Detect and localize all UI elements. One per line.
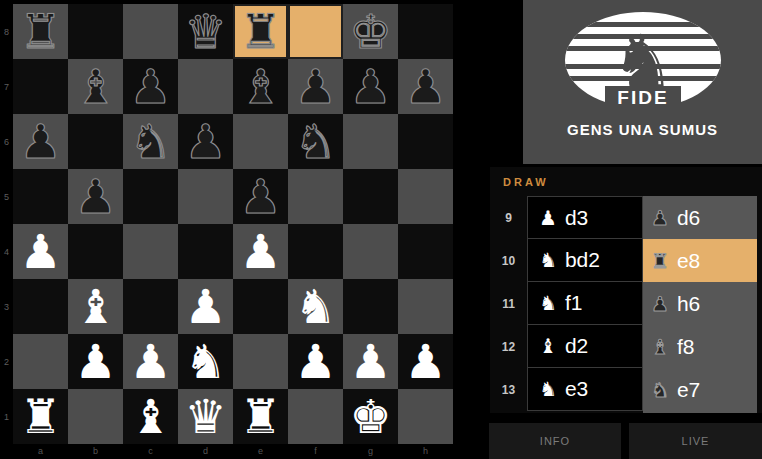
square-f3[interactable]: ♞ xyxy=(288,279,343,334)
move-number: 9 xyxy=(490,196,527,239)
rank-label-4: 4 xyxy=(0,224,13,279)
move-number: 13 xyxy=(490,368,527,411)
square-g6[interactable] xyxy=(343,114,398,169)
black-pawn-icon: ♟ xyxy=(651,208,669,228)
black-pawn: ♟ xyxy=(74,173,116,220)
square-a8[interactable]: ♜ xyxy=(13,4,68,59)
square-d1[interactable]: ♛ xyxy=(178,389,233,444)
move-text: h6 xyxy=(677,292,700,316)
white-bishop: ♝ xyxy=(74,283,116,330)
square-d6[interactable]: ♟ xyxy=(178,114,233,169)
square-h5[interactable] xyxy=(398,169,453,224)
white-rook: ♜ xyxy=(19,393,61,440)
move-row-9: 9♟d3♟d6 xyxy=(490,196,762,239)
square-h7[interactable]: ♟ xyxy=(398,59,453,114)
square-e2[interactable] xyxy=(233,334,288,389)
move-text: d3 xyxy=(565,206,588,230)
fide-motto: GENS UNA SUMUS xyxy=(567,121,718,138)
black-bishop-icon: ♝ xyxy=(651,337,669,357)
white-king: ♚ xyxy=(349,393,391,440)
move-13-white[interactable]: ♞e3 xyxy=(527,368,643,411)
move-list: 9♟d3♟d610♞bd2♜e811♞f1♟h612♝d2♝f813♞e3♞e7 xyxy=(490,196,762,411)
square-c5[interactable] xyxy=(123,169,178,224)
square-a4[interactable]: ♟ xyxy=(13,224,68,279)
square-e3[interactable] xyxy=(233,279,288,334)
square-f7[interactable]: ♟ xyxy=(288,59,343,114)
square-c1[interactable]: ♝ xyxy=(123,389,178,444)
status-badge: DRAW xyxy=(503,176,549,188)
black-pawn: ♟ xyxy=(184,118,226,165)
move-text: e7 xyxy=(677,378,700,402)
chess-board: ♜♛♜♚♝♟♝♟♟♟♟♞♟♞♟♟♟♟♝♟♞♟♟♞♟♟♟♜♝♛♜♚ xyxy=(13,4,453,444)
square-a5[interactable] xyxy=(13,169,68,224)
black-pawn: ♟ xyxy=(239,173,281,220)
white-pawn: ♟ xyxy=(74,338,116,385)
white-pawn: ♟ xyxy=(349,338,391,385)
move-row-13: 13♞e3♞e7 xyxy=(490,368,762,411)
move-10-black[interactable]: ♜e8 xyxy=(643,239,757,282)
rank-label-6: 6 xyxy=(0,114,13,169)
square-f4[interactable] xyxy=(288,224,343,279)
fide-globe-logo: ♞ FIDE xyxy=(558,8,728,120)
square-g5[interactable] xyxy=(343,169,398,224)
square-c6[interactable]: ♞ xyxy=(123,114,178,169)
file-label-b: b xyxy=(68,444,123,459)
black-rook: ♜ xyxy=(19,8,61,55)
black-pawn: ♟ xyxy=(129,63,171,110)
square-f2[interactable]: ♟ xyxy=(288,334,343,389)
black-pawn: ♟ xyxy=(404,63,446,110)
white-pawn: ♟ xyxy=(19,228,61,275)
square-f1[interactable] xyxy=(288,389,343,444)
black-pawn: ♟ xyxy=(349,63,391,110)
square-h3[interactable] xyxy=(398,279,453,334)
game-status-bar: DRAW xyxy=(490,167,762,196)
square-a2[interactable] xyxy=(13,334,68,389)
fide-logo-panel: ♞ FIDE GENS UNA SUMUS xyxy=(523,0,762,164)
move-row-12: 12♝d2♝f8 xyxy=(490,325,762,368)
rank-label-8: 8 xyxy=(0,4,13,59)
move-text: e3 xyxy=(565,377,588,401)
black-rook: ♜ xyxy=(239,8,281,55)
file-label-a: a xyxy=(13,444,68,459)
white-pawn: ♟ xyxy=(184,283,226,330)
square-g4[interactable] xyxy=(343,224,398,279)
move-text: f1 xyxy=(565,291,583,315)
white-pawn-icon: ♟ xyxy=(539,208,557,228)
square-c8[interactable] xyxy=(123,4,178,59)
file-label-f: f xyxy=(288,444,343,459)
square-h8[interactable] xyxy=(398,4,453,59)
square-c4[interactable] xyxy=(123,224,178,279)
tab-info[interactable]: INFO xyxy=(489,423,621,459)
square-e6[interactable] xyxy=(233,114,288,169)
square-a6[interactable]: ♟ xyxy=(13,114,68,169)
square-d3[interactable]: ♟ xyxy=(178,279,233,334)
move-13-black[interactable]: ♞e7 xyxy=(643,368,757,411)
move-12-white[interactable]: ♝d2 xyxy=(527,325,643,368)
square-d8[interactable]: ♛ xyxy=(178,4,233,59)
file-label-c: c xyxy=(123,444,178,459)
black-pawn: ♟ xyxy=(294,63,336,110)
square-e1[interactable]: ♜ xyxy=(233,389,288,444)
square-c3[interactable] xyxy=(123,279,178,334)
square-f6[interactable]: ♞ xyxy=(288,114,343,169)
move-row-11: 11♞f1♟h6 xyxy=(490,282,762,325)
move-number: 12 xyxy=(490,325,527,368)
black-knight: ♞ xyxy=(129,118,171,165)
square-h4[interactable] xyxy=(398,224,453,279)
square-b4[interactable] xyxy=(68,224,123,279)
square-e7[interactable]: ♝ xyxy=(233,59,288,114)
move-10-white[interactable]: ♞bd2 xyxy=(527,239,643,282)
square-b2[interactable]: ♟ xyxy=(68,334,123,389)
square-d4[interactable] xyxy=(178,224,233,279)
square-g3[interactable] xyxy=(343,279,398,334)
tab-live[interactable]: LIVE xyxy=(629,423,762,459)
move-text: d6 xyxy=(677,206,700,230)
move-number: 10 xyxy=(490,239,527,282)
square-b8[interactable] xyxy=(68,4,123,59)
square-e4[interactable]: ♟ xyxy=(233,224,288,279)
square-b3[interactable]: ♝ xyxy=(68,279,123,334)
black-column-extension xyxy=(643,411,757,413)
move-text: f8 xyxy=(677,335,695,359)
black-knight: ♞ xyxy=(294,118,336,165)
file-label-d: d xyxy=(178,444,233,459)
square-c2[interactable]: ♟ xyxy=(123,334,178,389)
black-bishop: ♝ xyxy=(74,63,116,110)
white-pawn: ♟ xyxy=(404,338,446,385)
black-queen: ♛ xyxy=(184,8,226,55)
white-rook: ♜ xyxy=(239,393,281,440)
square-b1[interactable] xyxy=(68,389,123,444)
square-b5[interactable]: ♟ xyxy=(68,169,123,224)
move-text: e8 xyxy=(677,249,700,273)
white-pawn: ♟ xyxy=(239,228,281,275)
file-label-h: h xyxy=(398,444,453,459)
square-g7[interactable]: ♟ xyxy=(343,59,398,114)
square-g1[interactable]: ♚ xyxy=(343,389,398,444)
square-g2[interactable]: ♟ xyxy=(343,334,398,389)
move-row-10: 10♞bd2♜e8 xyxy=(490,239,762,282)
rank-labels: 87654321 xyxy=(0,4,13,444)
black-rook-icon: ♜ xyxy=(651,251,669,271)
move-12-black[interactable]: ♝f8 xyxy=(643,325,757,368)
square-e5[interactable]: ♟ xyxy=(233,169,288,224)
move-text: bd2 xyxy=(565,248,600,272)
rank-label-2: 2 xyxy=(0,334,13,389)
square-b6[interactable] xyxy=(68,114,123,169)
move-text: d2 xyxy=(565,334,588,358)
square-a3[interactable] xyxy=(13,279,68,334)
fide-title: FIDE xyxy=(617,87,668,108)
white-queen: ♛ xyxy=(184,393,226,440)
black-pawn: ♟ xyxy=(19,118,61,165)
square-d2[interactable]: ♞ xyxy=(178,334,233,389)
square-h2[interactable]: ♟ xyxy=(398,334,453,389)
move-11-white[interactable]: ♞f1 xyxy=(527,282,643,325)
white-knight-icon: ♞ xyxy=(539,250,557,270)
square-h1[interactable] xyxy=(398,389,453,444)
move-9-white[interactable]: ♟d3 xyxy=(527,196,643,239)
move-number: 11 xyxy=(490,282,527,325)
rank-label-1: 1 xyxy=(0,389,13,444)
move-9-black[interactable]: ♟d6 xyxy=(643,196,757,239)
file-label-e: e xyxy=(233,444,288,459)
black-pawn-icon: ♟ xyxy=(651,294,669,314)
square-c7[interactable]: ♟ xyxy=(123,59,178,114)
file-label-g: g xyxy=(343,444,398,459)
file-labels: abcdefgh xyxy=(13,444,453,459)
square-f5[interactable] xyxy=(288,169,343,224)
square-d7[interactable] xyxy=(178,59,233,114)
white-knight: ♞ xyxy=(294,283,336,330)
white-bishop: ♝ xyxy=(129,393,171,440)
square-e8[interactable]: ♜ xyxy=(233,4,288,59)
move-list-panel: DRAW 9♟d3♟d610♞bd2♜e811♞f1♟h612♝d2♝f813♞… xyxy=(490,167,762,413)
white-bishop-icon: ♝ xyxy=(539,336,557,356)
square-a1[interactable]: ♜ xyxy=(13,389,68,444)
square-f8[interactable] xyxy=(288,4,343,59)
black-king: ♚ xyxy=(349,8,391,55)
live-chess-viewer: 87654321 ♜♛♜♚♝♟♝♟♟♟♟♞♟♞♟♟♟♟♝♟♞♟♟♞♟♟♟♜♝♛♜… xyxy=(0,0,762,459)
square-a7[interactable] xyxy=(13,59,68,114)
white-knight-icon: ♞ xyxy=(539,293,557,313)
rank-label-5: 5 xyxy=(0,169,13,224)
black-bishop: ♝ xyxy=(239,63,281,110)
square-g8[interactable]: ♚ xyxy=(343,4,398,59)
white-knight-icon: ♞ xyxy=(539,379,557,399)
white-pawn: ♟ xyxy=(294,338,336,385)
square-h6[interactable] xyxy=(398,114,453,169)
rank-label-3: 3 xyxy=(0,279,13,334)
rank-label-7: 7 xyxy=(0,59,13,114)
square-b7[interactable]: ♝ xyxy=(68,59,123,114)
white-pawn: ♟ xyxy=(129,338,171,385)
black-knight-icon: ♞ xyxy=(651,380,669,400)
move-11-black[interactable]: ♟h6 xyxy=(643,282,757,325)
white-knight: ♞ xyxy=(184,338,226,385)
square-d5[interactable] xyxy=(178,169,233,224)
